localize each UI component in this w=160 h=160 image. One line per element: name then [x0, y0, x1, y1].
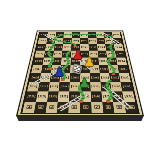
- snake-head: [79, 100, 83, 102]
- blue-pawn[interactable]: ♟: [54, 66, 65, 78]
- snake-head: [73, 46, 76, 47]
- snake-head: [61, 79, 65, 81]
- ladder-rung: [49, 37, 52, 38]
- snake-head: [106, 100, 110, 102]
- white-die[interactable]: ⚄: [71, 63, 82, 74]
- ladder-rung: [47, 36, 50, 37]
- snakes-and-ladders-scene: 1009998979695949392918182838485868788899…: [0, 0, 160, 160]
- snake-head: [111, 73, 115, 75]
- yellow-pawn[interactable]: ♟: [84, 56, 95, 68]
- ladder-rung: [51, 38, 54, 39]
- snake-body: [54, 34, 115, 46]
- red-pawn[interactable]: ♟: [73, 49, 84, 61]
- green-pawn[interactable]: ♟: [79, 77, 90, 89]
- snake-head: [49, 68, 53, 70]
- board-edge: [16, 115, 144, 121]
- ladder-rail: [104, 87, 128, 109]
